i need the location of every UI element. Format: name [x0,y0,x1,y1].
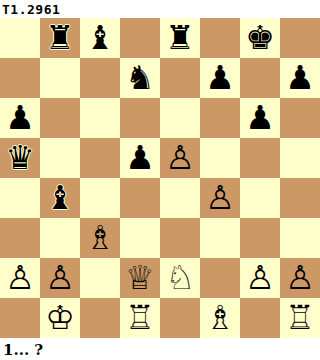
black-pawn-icon[interactable]: ♟ [125,138,155,178]
square-g4[interactable] [240,178,280,218]
square-h4[interactable] [280,178,320,218]
black-knight-icon[interactable]: ♞ [125,58,155,98]
square-d5[interactable]: ♟ [120,138,160,178]
square-a2[interactable]: ♙ [0,258,40,298]
white-bishop-icon[interactable]: ♗ [205,298,235,338]
square-d3[interactable] [120,218,160,258]
square-d4[interactable] [120,178,160,218]
black-pawn-icon[interactable]: ♟ [5,98,35,138]
square-g2[interactable]: ♙ [240,258,280,298]
square-c3[interactable]: ♗ [80,218,120,258]
square-b6[interactable] [40,98,80,138]
square-h2[interactable]: ♙ [280,258,320,298]
square-c8[interactable]: ♝ [80,18,120,58]
black-rook-icon[interactable]: ♜ [45,18,75,58]
square-b3[interactable] [40,218,80,258]
black-pawn-icon[interactable]: ♟ [285,58,315,98]
square-d2[interactable]: ♕ [120,258,160,298]
square-b2[interactable]: ♙ [40,258,80,298]
square-a6[interactable]: ♟ [0,98,40,138]
square-g6[interactable]: ♟ [240,98,280,138]
white-rook-icon[interactable]: ♖ [285,298,315,338]
square-b8[interactable]: ♜ [40,18,80,58]
square-f4[interactable]: ♙ [200,178,240,218]
square-h3[interactable] [280,218,320,258]
white-pawn-icon[interactable]: ♙ [165,138,195,178]
square-h7[interactable]: ♟ [280,58,320,98]
square-c5[interactable] [80,138,120,178]
square-e4[interactable] [160,178,200,218]
square-a5[interactable]: ♛ [0,138,40,178]
square-e3[interactable] [160,218,200,258]
square-a8[interactable] [0,18,40,58]
white-knight-icon[interactable]: ♘ [165,258,195,298]
square-a4[interactable] [0,178,40,218]
square-f5[interactable] [200,138,240,178]
square-f6[interactable] [200,98,240,138]
white-bishop-icon[interactable]: ♗ [85,218,115,258]
square-e2[interactable]: ♘ [160,258,200,298]
white-pawn-icon[interactable]: ♙ [5,258,35,298]
square-d1[interactable]: ♖ [120,298,160,338]
white-king-icon[interactable]: ♔ [45,298,75,338]
square-b5[interactable] [40,138,80,178]
black-pawn-icon[interactable]: ♟ [245,98,275,138]
black-bishop-icon[interactable]: ♝ [85,18,115,58]
square-b4[interactable]: ♝ [40,178,80,218]
square-h5[interactable] [280,138,320,178]
square-d7[interactable]: ♞ [120,58,160,98]
square-d6[interactable] [120,98,160,138]
white-pawn-icon[interactable]: ♙ [45,258,75,298]
chess-board: ♜♝♜♚♞♟♟♟♟♛♟♙♝♙♗♙♙♕♘♙♙♔♖♗♖ [0,18,320,338]
square-f7[interactable]: ♟ [200,58,240,98]
square-a3[interactable] [0,218,40,258]
square-a1[interactable] [0,298,40,338]
black-rook-icon[interactable]: ♜ [165,18,195,58]
white-pawn-icon[interactable]: ♙ [205,178,235,218]
black-queen-icon[interactable]: ♛ [5,138,35,178]
square-e5[interactable]: ♙ [160,138,200,178]
white-pawn-icon[interactable]: ♙ [245,258,275,298]
black-bishop-icon[interactable]: ♝ [45,178,75,218]
square-e6[interactable] [160,98,200,138]
square-f2[interactable] [200,258,240,298]
square-c7[interactable] [80,58,120,98]
black-pawn-icon[interactable]: ♟ [205,58,235,98]
square-g8[interactable]: ♚ [240,18,280,58]
square-c1[interactable] [80,298,120,338]
square-a7[interactable] [0,58,40,98]
square-e8[interactable]: ♜ [160,18,200,58]
square-f1[interactable]: ♗ [200,298,240,338]
square-h8[interactable] [280,18,320,58]
square-g3[interactable] [240,218,280,258]
white-rook-icon[interactable]: ♖ [125,298,155,338]
square-f3[interactable] [200,218,240,258]
square-e7[interactable] [160,58,200,98]
square-c2[interactable] [80,258,120,298]
white-queen-icon[interactable]: ♕ [125,258,155,298]
square-h6[interactable] [280,98,320,138]
square-g1[interactable] [240,298,280,338]
square-c4[interactable] [80,178,120,218]
move-prompt: 1... ? [0,338,320,360]
black-king-icon[interactable]: ♚ [245,18,275,58]
square-b7[interactable] [40,58,80,98]
square-c6[interactable] [80,98,120,138]
square-g5[interactable] [240,138,280,178]
square-h1[interactable]: ♖ [280,298,320,338]
square-b1[interactable]: ♔ [40,298,80,338]
puzzle-id: T1.2961 [0,0,320,18]
square-f8[interactable] [200,18,240,58]
white-pawn-icon[interactable]: ♙ [285,258,315,298]
square-e1[interactable] [160,298,200,338]
square-g7[interactable] [240,58,280,98]
square-d8[interactable] [120,18,160,58]
